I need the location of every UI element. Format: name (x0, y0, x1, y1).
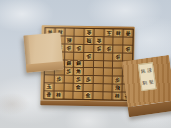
board-cell[interactable]: 桂 (114, 29, 123, 36)
piece-box-top: 銘 謹 駒 製 (121, 55, 171, 107)
board-cell[interactable] (94, 69, 103, 76)
board-cell[interactable] (84, 68, 93, 75)
label-char: 駒 (142, 81, 147, 87)
board-cell[interactable]: 歩 (113, 77, 122, 84)
shogi-piece-gote[interactable]: 玉 (105, 29, 112, 36)
board-cell[interactable]: 歩 (114, 53, 123, 60)
board-cell[interactable]: 歩 (64, 68, 73, 75)
board-cell[interactable]: 歩 (74, 76, 83, 83)
board-cell[interactable] (64, 76, 73, 83)
piece-box[interactable]: 銘 謹 駒 製 (121, 55, 171, 117)
board-cell[interactable] (84, 84, 93, 91)
shogi-piece-sente[interactable]: 桂 (114, 93, 121, 100)
shogi-piece-gote[interactable]: 歩 (66, 44, 73, 51)
board-cell[interactable]: 玉 (104, 29, 113, 36)
label-char: 謹 (147, 67, 152, 73)
board-cell[interactable] (103, 69, 112, 76)
board-cell[interactable] (94, 53, 103, 60)
board-cell[interactable] (64, 92, 73, 99)
board-cell[interactable] (54, 84, 63, 91)
shogi-piece-gote[interactable]: 歩 (75, 44, 82, 51)
board-cell[interactable]: 角 (74, 68, 83, 75)
board-cell[interactable] (45, 76, 54, 83)
board-cell[interactable] (65, 29, 74, 36)
board-cell[interactable] (74, 52, 83, 59)
board-cell[interactable]: 金 (94, 37, 103, 44)
shogi-piece-sente[interactable]: 歩 (114, 77, 121, 84)
board-cell[interactable]: 香 (124, 30, 133, 37)
label-char: 銘 (141, 68, 146, 74)
board-cell[interactable]: 銀 (65, 36, 74, 43)
label-char: 製 (149, 80, 154, 86)
shogi-piece-gote[interactable]: 飛 (85, 37, 92, 44)
photo-background: 香桂金玉桂香銀飛金歩歩歩歩歩歩歩歩歩銀銀歩角歩歩歩歩玉金飛香桂金桂香 銘 謹 駒… (0, 0, 171, 128)
board-cell[interactable] (64, 84, 73, 91)
board-cell[interactable] (65, 52, 74, 59)
board-cell[interactable]: 歩 (84, 53, 93, 60)
board-cell[interactable] (94, 76, 103, 83)
shogi-piece-gote[interactable]: 銀 (66, 36, 73, 43)
shogi-piece-sente[interactable]: 歩 (75, 76, 82, 83)
shogi-piece-gote[interactable]: 金 (86, 29, 93, 36)
piece-box-lid[interactable] (23, 32, 63, 72)
board-cell[interactable] (114, 45, 123, 52)
shogi-piece-sente[interactable]: 角 (75, 68, 82, 75)
board-cell[interactable]: 金 (85, 29, 94, 36)
board-cell[interactable]: 銀 (65, 60, 74, 67)
shogi-piece-sente[interactable]: 金 (84, 92, 91, 99)
shogi-piece-gote[interactable]: 歩 (95, 45, 102, 52)
board-cell[interactable]: 歩 (94, 45, 103, 52)
board-cell[interactable]: 歩 (104, 45, 113, 52)
board-cell[interactable] (93, 92, 102, 99)
board-cell[interactable] (103, 84, 112, 91)
shogi-piece-gote[interactable]: 歩 (105, 45, 112, 52)
board-cell[interactable] (104, 61, 113, 68)
shogi-piece-sente[interactable]: 金 (75, 84, 82, 91)
shogi-piece-sente[interactable]: 銀 (75, 60, 82, 67)
board-cell[interactable] (74, 92, 83, 99)
board-cell[interactable]: 歩 (84, 76, 93, 83)
board-cell[interactable]: 金 (84, 92, 93, 99)
shogi-piece-gote[interactable]: 金 (95, 37, 102, 44)
board-cell[interactable] (94, 61, 103, 68)
shogi-piece-sente[interactable]: 桂 (55, 91, 62, 98)
board-cell[interactable] (84, 60, 93, 67)
shogi-piece-sente[interactable]: 飛 (114, 85, 121, 92)
shogi-piece-sente[interactable]: 歩 (85, 76, 92, 83)
board-cell[interactable] (75, 37, 84, 44)
board-cell[interactable] (84, 45, 93, 52)
board-cell[interactable] (93, 84, 102, 91)
shogi-piece-sente[interactable]: 玉 (45, 83, 52, 90)
board-cell[interactable]: 飛 (84, 37, 93, 44)
shogi-piece-gote[interactable]: 桂 (115, 29, 122, 36)
shogi-piece-gote[interactable]: 歩 (114, 53, 121, 60)
shogi-piece-gote[interactable]: 歩 (85, 53, 92, 60)
shogi-piece-sente[interactable]: 銀 (65, 60, 72, 67)
board-cell[interactable] (114, 37, 123, 44)
board-cell[interactable]: 桂 (113, 93, 122, 100)
board-cell[interactable] (103, 77, 112, 84)
board-cell[interactable] (113, 69, 122, 76)
board-cell[interactable]: 歩 (54, 76, 63, 83)
shogi-piece-sente[interactable]: 歩 (55, 76, 62, 83)
board-cell[interactable]: 歩 (123, 45, 132, 52)
board-cell[interactable] (104, 37, 113, 44)
board-cell[interactable]: 歩 (65, 44, 74, 51)
board-cell[interactable]: 桂 (54, 92, 63, 99)
board-cell[interactable]: 歩 (75, 45, 84, 52)
piece-box-label: 銘 謹 駒 製 (138, 62, 157, 91)
board-cell[interactable]: 飛 (113, 85, 122, 92)
shogi-piece-gote[interactable]: 歩 (124, 45, 131, 52)
board-cell[interactable] (103, 92, 112, 99)
board-cell[interactable] (94, 29, 103, 36)
board-cell[interactable]: 香 (44, 91, 53, 98)
board-cell[interactable] (104, 53, 113, 60)
shogi-piece-sente[interactable]: 香 (45, 91, 52, 98)
board-cell[interactable] (124, 38, 133, 45)
shogi-piece-gote[interactable]: 香 (125, 30, 132, 37)
shogi-piece-sente[interactable]: 歩 (65, 68, 72, 75)
board-cell[interactable]: 銀 (74, 60, 83, 67)
board-cell[interactable]: 玉 (45, 83, 54, 90)
board-cell[interactable] (75, 29, 84, 36)
board-cell[interactable]: 金 (74, 84, 83, 91)
